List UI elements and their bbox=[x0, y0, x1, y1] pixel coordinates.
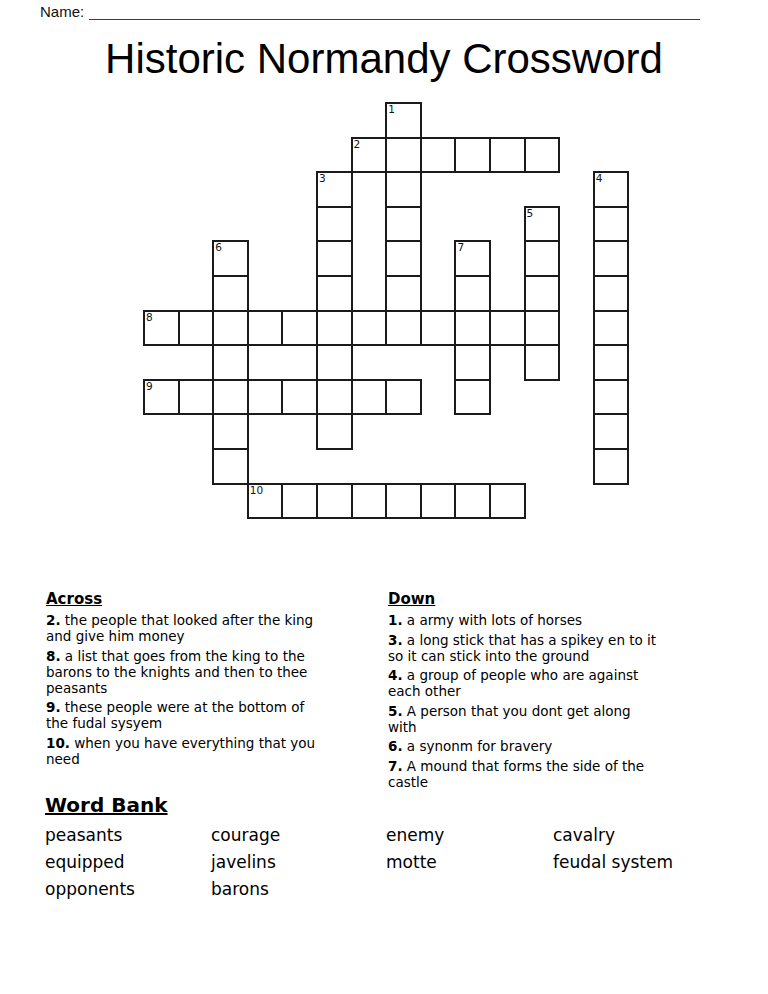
clue-line: 2. the people that looked after the king bbox=[46, 612, 384, 628]
grid-clue-number: 1 bbox=[388, 104, 395, 115]
across-clue-list: 2. the people that looked after the king… bbox=[46, 612, 384, 767]
grid-cell[interactable] bbox=[316, 483, 353, 520]
clue-item: 5. A person that you dont get alongwith bbox=[388, 703, 740, 735]
grid-clue-number: 8 bbox=[146, 312, 153, 323]
clue-item: 3. a long stick that has a spikey en to … bbox=[388, 632, 740, 664]
grid-cell[interactable] bbox=[247, 310, 284, 347]
grid-cell[interactable] bbox=[454, 483, 491, 520]
grid-clue-number: 2 bbox=[354, 139, 361, 150]
word-bank-word: cavalry bbox=[553, 822, 673, 849]
clue-item: 1. a army with lots of horses bbox=[388, 612, 740, 628]
word-bank-columns: peasantsequippedopponentscouragejavelins… bbox=[45, 822, 750, 912]
grid-cell[interactable] bbox=[524, 275, 561, 312]
grid-cell[interactable] bbox=[593, 240, 630, 277]
name-fill-line[interactable] bbox=[89, 4, 700, 20]
grid-clue-number: 9 bbox=[146, 381, 153, 392]
clue-line: castle bbox=[388, 774, 740, 790]
clue-item: 8. a list that goes from the king to the… bbox=[46, 648, 384, 696]
word-bank-word: javelins bbox=[211, 849, 280, 876]
grid-clue-number: 4 bbox=[596, 173, 603, 184]
grid-clue-number: 10 bbox=[250, 485, 263, 496]
grid-cell[interactable] bbox=[454, 344, 491, 381]
grid-cell[interactable] bbox=[420, 483, 457, 520]
down-clues-section: Down 1. a army with lots of horses3. a l… bbox=[388, 591, 740, 793]
word-bank-word: equipped bbox=[45, 849, 135, 876]
grid-clue-number: 3 bbox=[319, 173, 326, 184]
grid-clue-number: 6 bbox=[215, 242, 222, 253]
grid-cell[interactable] bbox=[212, 275, 249, 312]
grid-cell[interactable] bbox=[524, 344, 561, 381]
grid-cell[interactable] bbox=[454, 137, 491, 174]
clue-number: 8. bbox=[46, 648, 61, 664]
grid-cell[interactable] bbox=[385, 483, 422, 520]
clue-line: 3. a long stick that has a spikey en to … bbox=[388, 632, 740, 648]
across-clues-section: Across 2. the people that looked after t… bbox=[46, 591, 384, 770]
clue-line: 9. these people were at the bottom of bbox=[46, 699, 384, 715]
name-label: Name: bbox=[40, 3, 84, 20]
grid-cell[interactable] bbox=[385, 137, 422, 174]
grid-cell[interactable] bbox=[385, 275, 422, 312]
word-bank-heading: Word Bank bbox=[45, 793, 750, 817]
clue-item: 2. the people that looked after the king… bbox=[46, 612, 384, 644]
grid-cell[interactable] bbox=[593, 310, 630, 347]
grid-cell[interactable] bbox=[281, 483, 318, 520]
word-bank-word: motte bbox=[386, 849, 444, 876]
grid-cell[interactable] bbox=[178, 379, 215, 416]
clue-number: 6. bbox=[388, 738, 403, 754]
clue-item: 9. these people were at the bottom ofthe… bbox=[46, 699, 384, 731]
grid-cell[interactable] bbox=[420, 310, 457, 347]
grid-clue-number: 7 bbox=[457, 242, 464, 253]
word-bank-column: couragejavelinsbarons bbox=[211, 822, 280, 903]
clue-line: and give him money bbox=[46, 628, 384, 644]
grid-cell[interactable] bbox=[316, 240, 353, 277]
grid-cell[interactable] bbox=[593, 413, 630, 450]
word-bank-word: barons bbox=[211, 876, 280, 903]
name-row: Name: bbox=[40, 3, 700, 20]
grid-cell[interactable] bbox=[316, 379, 353, 416]
crossword-grid: 12345678910 bbox=[143, 102, 631, 520]
clue-number: 2. bbox=[46, 612, 61, 628]
word-bank-column: enemymotte bbox=[386, 822, 444, 876]
grid-cell[interactable] bbox=[351, 379, 388, 416]
clue-item: 7. A mound that forms the side of thecas… bbox=[388, 758, 740, 790]
grid-cell[interactable] bbox=[247, 379, 284, 416]
clue-number: 5. bbox=[388, 703, 403, 719]
word-bank-word: feudal system bbox=[553, 849, 673, 876]
clue-line: 8. a list that goes from the king to the bbox=[46, 648, 384, 664]
grid-cell[interactable] bbox=[593, 448, 630, 485]
clue-line: peasants bbox=[46, 680, 384, 696]
grid-cell[interactable] bbox=[212, 448, 249, 485]
grid-cell[interactable] bbox=[593, 275, 630, 312]
grid-cell[interactable] bbox=[316, 344, 353, 381]
grid-cell[interactable] bbox=[351, 483, 388, 520]
clue-number: 9. bbox=[46, 699, 61, 715]
across-heading: Across bbox=[46, 591, 384, 608]
grid-cell[interactable] bbox=[420, 137, 457, 174]
word-bank-column: cavalryfeudal system bbox=[553, 822, 673, 876]
grid-cell[interactable] bbox=[212, 344, 249, 381]
grid-cell[interactable] bbox=[212, 310, 249, 347]
grid-cell[interactable] bbox=[593, 206, 630, 243]
clue-line: the fudal sysyem bbox=[46, 715, 384, 731]
grid-cell[interactable] bbox=[351, 310, 388, 347]
grid-cell[interactable] bbox=[385, 206, 422, 243]
clue-number: 3. bbox=[388, 632, 403, 648]
grid-cell[interactable] bbox=[316, 310, 353, 347]
grid-cell[interactable] bbox=[212, 379, 249, 416]
clue-line: need bbox=[46, 751, 384, 767]
grid-cell[interactable] bbox=[489, 483, 526, 520]
word-bank-word: peasants bbox=[45, 822, 135, 849]
word-bank-section: Word Bank peasantsequippedopponentscoura… bbox=[45, 793, 750, 912]
grid-cell[interactable] bbox=[454, 379, 491, 416]
grid-cell[interactable] bbox=[454, 275, 491, 312]
clue-line: 5. A person that you dont get along bbox=[388, 703, 740, 719]
clue-line: so it can stick into the ground bbox=[388, 648, 740, 664]
grid-cell[interactable] bbox=[385, 310, 422, 347]
word-bank-word: enemy bbox=[386, 822, 444, 849]
clue-number: 1. bbox=[388, 612, 403, 628]
grid-cell[interactable] bbox=[281, 310, 318, 347]
grid-cell[interactable] bbox=[385, 171, 422, 208]
page-title: Historic Normandy Crossword bbox=[0, 36, 768, 82]
clue-item: 10. when you have everything that younee… bbox=[46, 735, 384, 767]
clue-number: 10. bbox=[46, 735, 70, 751]
grid-cell[interactable] bbox=[316, 413, 353, 450]
down-clue-list: 1. a army with lots of horses3. a long s… bbox=[388, 612, 740, 790]
grid-cell[interactable] bbox=[385, 240, 422, 277]
clue-line: each other bbox=[388, 683, 740, 699]
clue-line: with bbox=[388, 719, 740, 735]
clue-line: barons to the knights and then to thee bbox=[46, 664, 384, 680]
word-bank-column: peasantsequippedopponents bbox=[45, 822, 135, 903]
grid-cell[interactable] bbox=[524, 310, 561, 347]
grid-cell[interactable] bbox=[316, 275, 353, 312]
clue-item: 6. a synonm for bravery bbox=[388, 738, 740, 754]
grid-cell[interactable] bbox=[454, 310, 491, 347]
grid-cell[interactable] bbox=[524, 137, 561, 174]
grid-clue-number: 5 bbox=[527, 208, 534, 219]
grid-cell[interactable] bbox=[593, 344, 630, 381]
worksheet-page: Name: Historic Normandy Crossword 123456… bbox=[0, 0, 768, 994]
grid-cell[interactable] bbox=[489, 310, 526, 347]
clue-item: 4. a group of people who are againsteach… bbox=[388, 667, 740, 699]
word-bank-word: opponents bbox=[45, 876, 135, 903]
grid-cell[interactable] bbox=[212, 413, 249, 450]
clue-line: 7. A mound that forms the side of the bbox=[388, 758, 740, 774]
word-bank-word: courage bbox=[211, 822, 280, 849]
clue-line: 6. a synonm for bravery bbox=[388, 738, 740, 754]
grid-cell[interactable] bbox=[593, 379, 630, 416]
clue-line: 1. a army with lots of horses bbox=[388, 612, 740, 628]
grid-cell[interactable] bbox=[178, 310, 215, 347]
clue-number: 7. bbox=[388, 758, 403, 774]
grid-cell[interactable] bbox=[524, 240, 561, 277]
grid-cell[interactable] bbox=[316, 206, 353, 243]
clue-number: 4. bbox=[388, 667, 403, 683]
grid-cell[interactable] bbox=[385, 379, 422, 416]
clue-line: 10. when you have everything that you bbox=[46, 735, 384, 751]
down-heading: Down bbox=[388, 591, 740, 608]
clue-line: 4. a group of people who are against bbox=[388, 667, 740, 683]
grid-cell[interactable] bbox=[489, 137, 526, 174]
grid-cell[interactable] bbox=[281, 379, 318, 416]
